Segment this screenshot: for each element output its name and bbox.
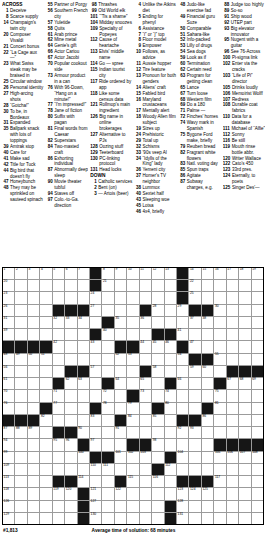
cell-r11c4[interactable] — [40, 390, 51, 401]
cell-r20c2[interactable] — [15, 501, 26, 512]
cell-r5c4[interactable] — [40, 317, 51, 328]
cell-r19c16[interactable]: 124 — [189, 488, 200, 499]
cell-r13c4[interactable]: 82 — [40, 415, 51, 426]
cell-r21c11[interactable] — [127, 513, 138, 524]
cell-r15c2[interactable] — [15, 439, 26, 450]
cell-r12c14[interactable]: 80 — [165, 403, 176, 414]
cell-r19c17[interactable]: 125 — [202, 488, 213, 499]
cell-r1c3[interactable]: 3 — [28, 268, 39, 279]
cell-r10c10[interactable]: 64 — [115, 378, 126, 389]
cell-r12c12[interactable] — [140, 403, 151, 414]
cell-r7c5[interactable]: 42 — [53, 341, 64, 352]
cell-r20c12[interactable] — [140, 501, 151, 512]
cell-r13c8[interactable]: 83 — [90, 415, 101, 426]
cell-r20c9[interactable] — [102, 501, 113, 512]
cell-r8c7[interactable] — [78, 354, 89, 365]
cell-r8c11[interactable]: 53 — [127, 354, 138, 365]
cell-r2c17[interactable] — [202, 280, 213, 291]
cell-r2c7[interactable] — [78, 280, 89, 291]
cell-r6c12[interactable] — [140, 329, 151, 340]
cell-r7c19[interactable] — [227, 341, 238, 352]
cell-r8c15[interactable]: 54 — [177, 354, 188, 365]
cell-r11c2[interactable] — [15, 390, 26, 401]
cell-r8c8[interactable] — [90, 354, 101, 365]
cell-r1c1[interactable]: 1 — [3, 268, 14, 279]
cell-r21c13[interactable] — [152, 513, 163, 524]
cell-r7c6[interactable] — [65, 341, 76, 352]
cell-r13c20[interactable] — [239, 415, 250, 426]
cell-r11c16[interactable] — [189, 390, 200, 401]
cell-r8c5[interactable] — [53, 354, 64, 365]
cell-r4c4[interactable] — [40, 305, 51, 316]
cell-r7c9[interactable] — [102, 341, 113, 352]
cell-r5c3[interactable] — [28, 317, 39, 328]
cell-r2c4[interactable] — [40, 280, 51, 291]
cell-r19c5[interactable]: 119 — [53, 488, 64, 499]
cell-r3c1[interactable]: 23 — [3, 292, 14, 303]
cell-r10c11[interactable] — [127, 378, 138, 389]
cell-r18c12[interactable] — [140, 476, 151, 487]
cell-r16c11[interactable]: 102 — [127, 452, 138, 463]
cell-r14c1[interactable]: 87 — [3, 427, 14, 438]
cell-r6c5[interactable] — [53, 329, 64, 340]
cell-r3c4[interactable] — [40, 292, 51, 303]
cell-r1c2[interactable]: 2 — [15, 268, 26, 279]
cell-r9c10[interactable] — [115, 366, 126, 377]
cell-r13c13[interactable]: 85 — [152, 415, 163, 426]
cell-r1c11[interactable]: 10 — [127, 268, 138, 279]
cell-r3c20[interactable] — [239, 292, 250, 303]
cell-r15c15[interactable] — [177, 439, 188, 450]
cell-r7c12[interactable]: 44 — [140, 341, 151, 352]
cell-r12c1[interactable]: 76 — [3, 403, 14, 414]
cell-r16c17[interactable] — [202, 452, 213, 463]
cell-r8c19[interactable] — [227, 354, 238, 365]
cell-r10c3[interactable] — [28, 378, 39, 389]
cell-r18c8[interactable] — [90, 476, 101, 487]
cell-r1c13[interactable]: 12 — [152, 268, 163, 279]
cell-r14c18[interactable] — [214, 427, 225, 438]
cell-r17c16[interactable] — [189, 464, 200, 475]
cell-r20c11[interactable] — [127, 501, 138, 512]
cell-r10c12[interactable]: 65 — [140, 378, 151, 389]
cell-r18c11[interactable]: 115 — [127, 476, 138, 487]
cell-r5c8[interactable] — [90, 317, 101, 328]
cell-r10c17[interactable] — [202, 378, 213, 389]
cell-r15c13[interactable]: 98 — [152, 439, 163, 450]
cell-r18c9[interactable] — [102, 476, 113, 487]
cell-r14c15[interactable]: 92 — [177, 427, 188, 438]
cell-r7c17[interactable] — [202, 341, 213, 352]
cell-r9c13[interactable]: 58 — [152, 366, 163, 377]
cell-r4c14[interactable] — [165, 305, 176, 316]
cell-r4c2[interactable] — [15, 305, 26, 316]
cell-r12c11[interactable]: 79 — [127, 403, 138, 414]
cell-r5c12[interactable]: 36 — [140, 317, 151, 328]
cell-r6c15[interactable]: 41 — [177, 329, 188, 340]
cell-r1c10[interactable]: 9 — [115, 268, 126, 279]
cell-r17c3[interactable] — [28, 464, 39, 475]
cell-r2c12[interactable] — [140, 280, 151, 291]
cell-r16c18[interactable]: 105 — [214, 452, 225, 463]
cell-r13c6[interactable] — [65, 415, 76, 426]
cell-r12c18[interactable]: 81 — [214, 403, 225, 414]
cell-r12c3[interactable] — [28, 403, 39, 414]
cell-r11c17[interactable] — [202, 390, 213, 401]
cell-r7c7[interactable] — [78, 341, 89, 352]
cell-r12c15[interactable] — [177, 403, 188, 414]
cell-r1c16[interactable]: 14 — [189, 268, 200, 279]
cell-r3c7[interactable] — [78, 292, 89, 303]
cell-r12c2[interactable] — [15, 403, 26, 414]
cell-r6c20[interactable] — [239, 329, 250, 340]
cell-r15c1[interactable]: 94 — [3, 439, 14, 450]
cell-r20c17[interactable] — [202, 501, 213, 512]
cell-r10c15[interactable]: 66 — [177, 378, 188, 389]
cell-r5c21[interactable] — [252, 317, 263, 328]
cell-r2c3[interactable] — [28, 280, 39, 291]
cell-r3c16[interactable]: 25 — [189, 292, 200, 303]
cell-r3c14[interactable] — [165, 292, 176, 303]
cell-r13c9[interactable] — [102, 415, 113, 426]
cell-r5c10[interactable]: 35 — [115, 317, 126, 328]
cell-r18c13[interactable]: 116 — [152, 476, 163, 487]
cell-r3c9[interactable] — [102, 292, 113, 303]
cell-r17c5[interactable] — [53, 464, 64, 475]
cell-r2c2[interactable] — [15, 280, 26, 291]
cell-r17c21[interactable] — [252, 464, 263, 475]
cell-r18c18[interactable]: 117 — [214, 476, 225, 487]
cell-r17c8[interactable]: 110 — [90, 464, 101, 475]
cell-r5c11[interactable] — [127, 317, 138, 328]
cell-r19c3[interactable] — [28, 488, 39, 499]
cell-r14c7[interactable]: 90 — [78, 427, 89, 438]
cell-r16c4[interactable] — [40, 452, 51, 463]
cell-r13c12[interactable] — [140, 415, 151, 426]
cell-r19c1[interactable]: 118 — [3, 488, 14, 499]
cell-r8c1[interactable]: 48 — [3, 354, 14, 365]
cell-r11c15[interactable] — [177, 390, 188, 401]
cell-r18c14[interactable] — [165, 476, 176, 487]
cell-r4c10[interactable] — [115, 305, 126, 316]
cell-r4c20[interactable] — [239, 305, 250, 316]
cell-r9c14[interactable] — [165, 366, 176, 377]
cell-r6c6[interactable] — [65, 329, 76, 340]
cell-r19c10[interactable]: 122 — [115, 488, 126, 499]
cell-r21c16[interactable] — [189, 513, 200, 524]
cell-r20c3[interactable] — [28, 501, 39, 512]
cell-r1c9[interactable]: 8 — [102, 268, 113, 279]
cell-r10c7[interactable]: 63 — [78, 378, 89, 389]
cell-r19c2[interactable] — [15, 488, 26, 499]
cell-r10c6[interactable]: 62 — [65, 378, 76, 389]
cell-r21c2[interactable] — [15, 513, 26, 524]
cell-r6c9[interactable]: 40 — [102, 329, 113, 340]
cell-r6c7[interactable] — [78, 329, 89, 340]
cell-r2c5[interactable] — [53, 280, 64, 291]
cell-r7c20[interactable] — [239, 341, 250, 352]
cell-r4c9[interactable] — [102, 305, 113, 316]
cell-r3c3[interactable] — [28, 292, 39, 303]
cell-r19c15[interactable]: 123 — [177, 488, 188, 499]
cell-r13c5[interactable] — [53, 415, 64, 426]
cell-r20c1[interactable]: 126 — [3, 501, 14, 512]
cell-r5c1[interactable]: 31 — [3, 317, 14, 328]
cell-r16c1[interactable]: 99 — [3, 452, 14, 463]
cell-r4c19[interactable] — [227, 305, 238, 316]
cell-r6c10[interactable] — [115, 329, 126, 340]
cell-r10c2[interactable] — [15, 378, 26, 389]
cell-r11c14[interactable]: 74 — [165, 390, 176, 401]
cell-r19c8[interactable]: 121 — [90, 488, 101, 499]
cell-r14c20[interactable] — [239, 427, 250, 438]
cell-r7c16[interactable]: 47 — [189, 341, 200, 352]
cell-r11c10[interactable] — [115, 390, 126, 401]
cell-r16c21[interactable]: 108 — [252, 452, 263, 463]
cell-r16c7[interactable]: 100 — [78, 452, 89, 463]
cell-r12c9[interactable]: 78 — [102, 403, 113, 414]
cell-r21c18[interactable] — [214, 513, 225, 524]
cell-r1c7[interactable]: 7 — [78, 268, 89, 279]
cell-r11c8[interactable] — [90, 390, 101, 401]
cell-r3c21[interactable] — [252, 292, 263, 303]
cell-r21c17[interactable] — [202, 513, 213, 524]
cell-r15c17[interactable] — [202, 439, 213, 450]
cell-r4c8[interactable]: 27 — [90, 305, 101, 316]
cell-r20c21[interactable] — [252, 501, 263, 512]
cell-r16c20[interactable]: 107 — [239, 452, 250, 463]
cell-r7c8[interactable]: 43 — [90, 341, 101, 352]
cell-r17c4[interactable] — [40, 464, 51, 475]
cell-r21c9[interactable] — [102, 513, 113, 524]
cell-r1c21[interactable]: 19 — [252, 268, 263, 279]
cell-r10c20[interactable]: 68 — [239, 378, 250, 389]
cell-r20c15[interactable]: 128 — [177, 501, 188, 512]
cell-r21c5[interactable] — [53, 513, 64, 524]
cell-r20c13[interactable] — [152, 501, 163, 512]
cell-r11c18[interactable]: 75 — [214, 390, 225, 401]
cell-r8c2[interactable]: 49 — [15, 354, 26, 365]
cell-r14c2[interactable]: 88 — [15, 427, 26, 438]
cell-r12c16[interactable] — [189, 403, 200, 414]
cell-r1c17[interactable]: 15 — [202, 268, 213, 279]
cell-r14c11[interactable] — [127, 427, 138, 438]
cell-r10c8[interactable] — [90, 378, 101, 389]
cell-r19c19[interactable] — [227, 488, 238, 499]
cell-r13c19[interactable] — [227, 415, 238, 426]
cell-r1c14[interactable]: 13 — [165, 268, 176, 279]
cell-r1c5[interactable]: 5 — [53, 268, 64, 279]
cell-r10c19[interactable]: 67 — [227, 378, 238, 389]
cell-r19c21[interactable] — [252, 488, 263, 499]
cell-r17c9[interactable]: 111 — [102, 464, 113, 475]
cell-r5c7[interactable]: 34 — [78, 317, 89, 328]
cell-r8c4[interactable]: 51 — [40, 354, 51, 365]
cell-r21c15[interactable]: 131 — [177, 513, 188, 524]
cell-r17c11[interactable] — [127, 464, 138, 475]
cell-r11c12[interactable]: 73 — [140, 390, 151, 401]
cell-r21c3[interactable] — [28, 513, 39, 524]
cell-r17c6[interactable] — [65, 464, 76, 475]
cell-r9c9[interactable] — [102, 366, 113, 377]
cell-r20c6[interactable] — [65, 501, 76, 512]
cell-r16c5[interactable] — [53, 452, 64, 463]
cell-r3c5[interactable] — [53, 292, 64, 303]
cell-r17c7[interactable] — [78, 464, 89, 475]
cell-r19c13[interactable] — [152, 488, 163, 499]
cell-r3c2[interactable] — [15, 292, 26, 303]
cell-r15c8[interactable]: 97 — [90, 439, 101, 450]
cell-r18c4[interactable] — [40, 476, 51, 487]
cell-r20c4[interactable] — [40, 501, 51, 512]
cell-r20c5[interactable] — [53, 501, 64, 512]
cell-r3c13[interactable] — [152, 292, 163, 303]
cell-r4c21[interactable] — [252, 305, 263, 316]
cell-r5c6[interactable]: 33 — [65, 317, 76, 328]
cell-r12c5[interactable]: 77 — [53, 403, 64, 414]
cell-r15c10[interactable] — [115, 439, 126, 450]
cell-r16c15[interactable]: 104 — [177, 452, 188, 463]
cell-r16c2[interactable] — [15, 452, 26, 463]
cell-r9c4[interactable] — [40, 366, 51, 377]
cell-r11c7[interactable] — [78, 390, 89, 401]
cell-r11c20[interactable] — [239, 390, 250, 401]
cell-r2c6[interactable] — [65, 280, 76, 291]
cell-r6c21[interactable] — [252, 329, 263, 340]
cell-r8c9[interactable] — [102, 354, 113, 365]
cell-r17c15[interactable] — [177, 464, 188, 475]
cell-r18c20[interactable] — [239, 476, 250, 487]
cell-r15c9[interactable] — [102, 439, 113, 450]
cell-r8c14[interactable] — [165, 354, 176, 365]
cell-r9c2[interactable] — [15, 366, 26, 377]
cell-r3c8[interactable]: 24 — [90, 292, 101, 303]
cell-r15c4[interactable] — [40, 439, 51, 450]
cell-r15c16[interactable] — [189, 439, 200, 450]
cell-r12c19[interactable] — [227, 403, 238, 414]
cell-r11c21[interactable] — [252, 390, 263, 401]
cell-r14c21[interactable] — [252, 427, 263, 438]
cell-r16c13[interactable] — [152, 452, 163, 463]
cell-r5c13[interactable] — [152, 317, 163, 328]
cell-r2c13[interactable] — [152, 280, 163, 291]
cell-r20c8[interactable]: 127 — [90, 501, 101, 512]
cell-r2c9[interactable]: 21 — [102, 280, 113, 291]
cell-r7c18[interactable] — [214, 341, 225, 352]
cell-r8c13[interactable] — [152, 354, 163, 365]
cell-r15c14[interactable] — [165, 439, 176, 450]
cell-r4c13[interactable]: 28 — [152, 305, 163, 316]
cell-r21c4[interactable] — [40, 513, 51, 524]
cell-r13c17[interactable]: 86 — [202, 415, 213, 426]
cell-r12c10[interactable] — [115, 403, 126, 414]
cell-r2c10[interactable] — [115, 280, 126, 291]
cell-r19c6[interactable]: 120 — [65, 488, 76, 499]
cell-r1c20[interactable]: 18 — [239, 268, 250, 279]
cell-r15c5[interactable]: 95 — [53, 439, 64, 450]
cell-r21c21[interactable] — [252, 513, 263, 524]
cell-r9c17[interactable]: 60 — [202, 366, 213, 377]
cell-r11c1[interactable]: 70 — [3, 390, 14, 401]
cell-r2c16[interactable]: 22 — [189, 280, 200, 291]
cell-r2c14[interactable] — [165, 280, 176, 291]
cell-r4c3[interactable] — [28, 305, 39, 316]
cell-r5c16[interactable]: 37 — [189, 317, 200, 328]
cell-r13c7[interactable] — [78, 415, 89, 426]
cell-r20c20[interactable] — [239, 501, 250, 512]
cell-r15c6[interactable]: 96 — [65, 439, 76, 450]
cell-r2c11[interactable] — [127, 280, 138, 291]
cell-r11c9[interactable]: 72 — [102, 390, 113, 401]
cell-r4c18[interactable]: 30 — [214, 305, 225, 316]
cell-r3c10[interactable] — [115, 292, 126, 303]
cell-r14c4[interactable] — [40, 427, 51, 438]
cell-r19c4[interactable] — [40, 488, 51, 499]
cell-r1c4[interactable]: 4 — [40, 268, 51, 279]
cell-r10c13[interactable] — [152, 378, 163, 389]
cell-r11c5[interactable]: 71 — [53, 390, 64, 401]
cell-r11c3[interactable] — [28, 390, 39, 401]
cell-r13c18[interactable] — [214, 415, 225, 426]
cell-r6c16[interactable] — [189, 329, 200, 340]
cell-r16c10[interactable]: 101 — [115, 452, 126, 463]
cell-r3c17[interactable] — [202, 292, 213, 303]
cell-r18c1[interactable]: 113 — [3, 476, 14, 487]
cell-r8c10[interactable]: 52 — [115, 354, 126, 365]
cell-r17c10[interactable] — [115, 464, 126, 475]
cell-r17c19[interactable] — [227, 464, 238, 475]
cell-r19c9[interactable] — [102, 488, 113, 499]
cell-r6c11[interactable] — [127, 329, 138, 340]
cell-r10c1[interactable]: 61 — [3, 378, 14, 389]
cell-r19c18[interactable] — [214, 488, 225, 499]
cell-r12c7[interactable] — [78, 403, 89, 414]
cell-r18c3[interactable] — [28, 476, 39, 487]
cell-r9c16[interactable]: 59 — [189, 366, 200, 377]
cell-r4c1[interactable]: 26 — [3, 305, 14, 316]
cell-r12c21[interactable] — [252, 403, 263, 414]
cell-r16c3[interactable] — [28, 452, 39, 463]
cell-r18c7[interactable]: 114 — [78, 476, 89, 487]
cell-r5c5[interactable]: 32 — [53, 317, 64, 328]
cell-r3c11[interactable] — [127, 292, 138, 303]
cell-r19c11[interactable] — [127, 488, 138, 499]
cell-r1c12[interactable]: 11 — [140, 268, 151, 279]
cell-r21c1[interactable]: 129 — [3, 513, 14, 524]
cell-r19c12[interactable] — [140, 488, 151, 499]
cell-r9c15[interactable] — [177, 366, 188, 377]
cell-r2c18[interactable] — [214, 280, 225, 291]
cell-r11c6[interactable] — [65, 390, 76, 401]
cell-r17c18[interactable] — [214, 464, 225, 475]
cell-r6c2[interactable] — [15, 329, 26, 340]
cell-r21c8[interactable]: 130 — [90, 513, 101, 524]
cell-r21c12[interactable] — [140, 513, 151, 524]
cell-r20c10[interactable] — [115, 501, 126, 512]
cell-r15c3[interactable] — [28, 439, 39, 450]
cell-r6c18[interactable] — [214, 329, 225, 340]
cell-r3c6[interactable] — [65, 292, 76, 303]
cell-r5c19[interactable] — [227, 317, 238, 328]
cell-r2c21[interactable] — [252, 280, 263, 291]
cell-r14c10[interactable]: 91 — [115, 427, 126, 438]
cell-r8c3[interactable]: 50 — [28, 354, 39, 365]
cell-r14c14[interactable] — [165, 427, 176, 438]
cell-r18c2[interactable] — [15, 476, 26, 487]
cell-r13c11[interactable]: 84 — [127, 415, 138, 426]
cell-r16c12[interactable]: 103 — [140, 452, 151, 463]
cell-r20c19[interactable] — [227, 501, 238, 512]
